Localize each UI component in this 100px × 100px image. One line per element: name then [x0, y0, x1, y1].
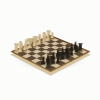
board-square: ♟	[17, 52, 26, 56]
chess-set-photo: ♜♟♟♜♞♟♟♞♝♟♟♝♛♟♟♛♚♟♟♚♝♟♟♝♞♟♟♞♜♟♟♜	[0, 0, 100, 100]
board-grid: ♜♟♟♜♞♟♟♞♝♟♟♝♛♟♟♛♚♟♟♚♝♟♟♝♞♟♟♞♜♟♟♜	[13, 36, 87, 70]
chess-board: ♜♟♟♜♞♟♟♞♝♟♟♝♛♟♟♛♚♟♟♚♝♟♟♝♞♟♟♞♜♟♟♜	[10, 35, 91, 72]
black-rook: ♜	[39, 59, 55, 69]
white-pawn: ♟	[12, 45, 27, 55]
scene: ♜♟♟♜♞♟♟♞♝♟♟♝♛♟♟♛♚♟♟♚♝♟♟♝♞♟♟♞♜♟♟♜	[0, 0, 100, 100]
board-frame: ♜♟♟♜♞♟♟♞♝♟♟♝♛♟♟♛♚♟♟♚♝♟♟♝♞♟♟♞♜♟♟♜	[10, 35, 91, 72]
board-square: ♜	[45, 65, 55, 70]
